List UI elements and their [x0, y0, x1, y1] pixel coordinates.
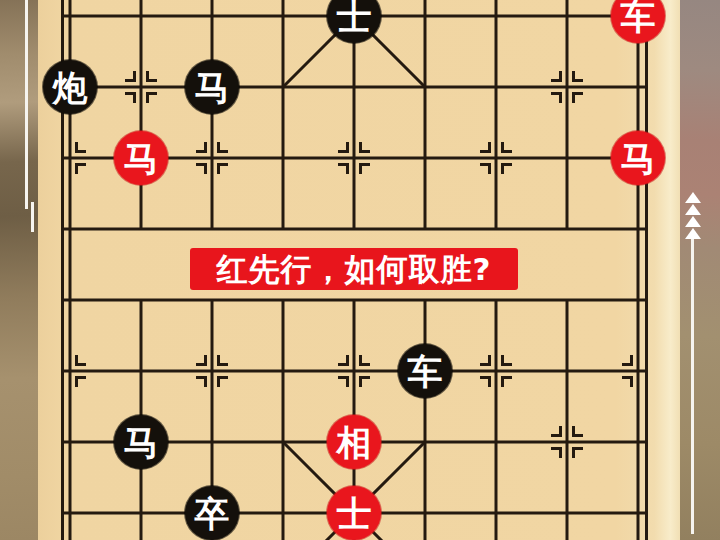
point-marker: [192, 138, 232, 178]
piece-red-elephant: 相: [327, 415, 381, 469]
piece-black-chariot: 车: [398, 344, 452, 398]
left-progress-tick: [31, 202, 34, 232]
left-background-strip: [0, 0, 38, 540]
piece-black-cannon: 炮: [43, 60, 97, 114]
point-marker: [476, 138, 516, 178]
point-marker: [334, 351, 374, 391]
point-marker: [50, 351, 90, 391]
video-frame: { "game": "xiangqi", "scene": "puzzle-di…: [0, 0, 720, 540]
point-marker: [50, 138, 90, 178]
piece-red-horse: 马: [114, 131, 168, 185]
right-background-strip: [680, 0, 720, 540]
left-progress-line: [25, 0, 28, 209]
piece-red-horse: 马: [611, 131, 665, 185]
up-triangle-icon: [685, 216, 701, 227]
up-triangle-icon: [685, 192, 701, 203]
piece-black-horse: 马: [185, 60, 239, 114]
point-marker: [547, 422, 587, 462]
point-marker: [192, 351, 232, 391]
swipe-up-arrow-stem: [691, 238, 694, 534]
point-marker: [547, 67, 587, 107]
point-marker: [476, 351, 516, 391]
point-marker: [618, 351, 658, 391]
point-marker: [334, 138, 374, 178]
piece-red-advisor: 士: [327, 486, 381, 540]
up-triangle-icon: [685, 228, 701, 239]
up-triangle-icon: [685, 204, 701, 215]
piece-black-horse: 马: [114, 415, 168, 469]
point-marker: [121, 67, 161, 107]
puzzle-banner: 红先行，如何取胜?: [190, 248, 518, 290]
piece-black-pawn: 卒: [185, 486, 239, 540]
